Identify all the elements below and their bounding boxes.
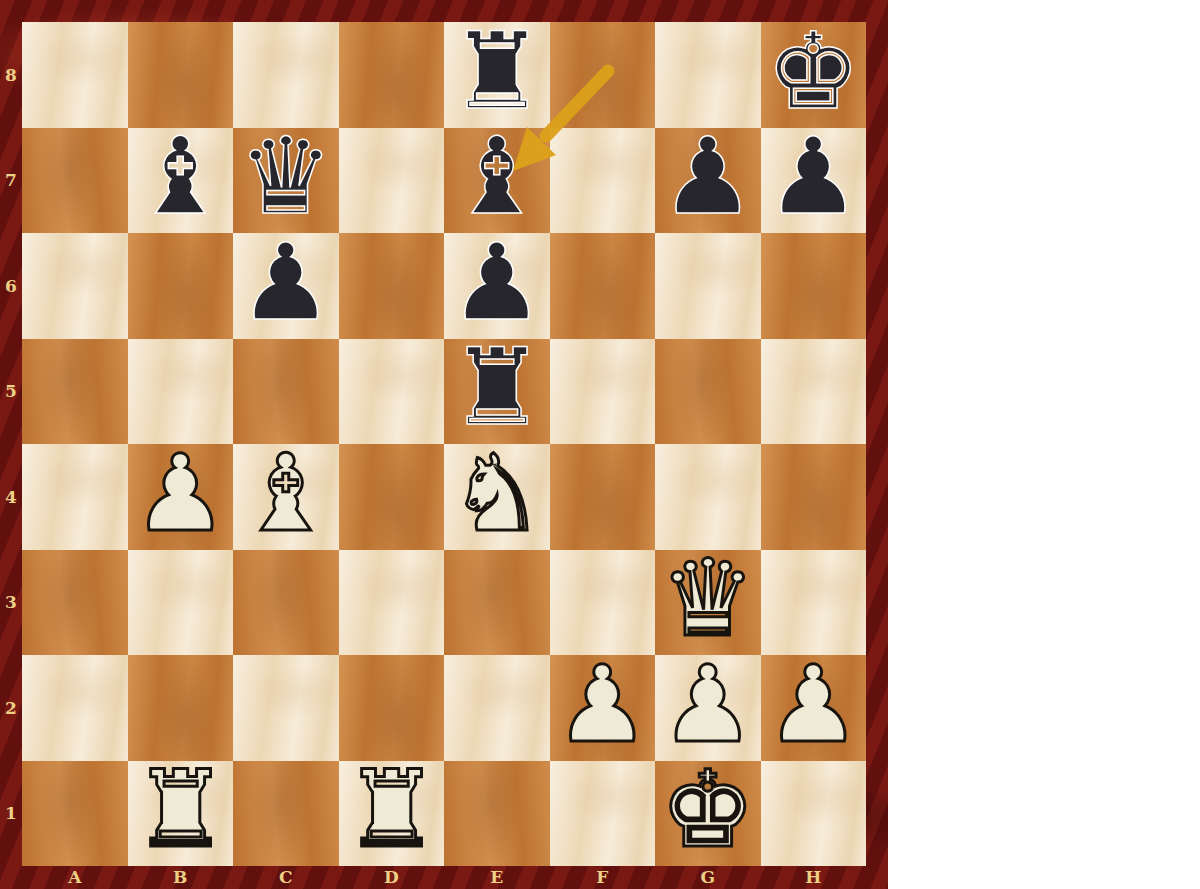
piece-black-pawn: ♟ [238,233,333,336]
square-b1[interactable]: ♜ [128,761,234,867]
piece-black-pawn: ♟ [660,128,755,231]
square-h7[interactable]: ♟ [761,128,867,234]
square-e7[interactable]: ♝ [444,128,550,234]
square-f6[interactable] [550,233,656,339]
square-d5[interactable] [339,339,445,445]
square-d3[interactable] [339,550,445,656]
piece-black-rook: ♜ [449,22,544,125]
square-h6[interactable] [761,233,867,339]
rank-label-5: 5 [0,339,22,445]
square-g8[interactable] [655,22,761,128]
square-f8[interactable] [550,22,656,128]
square-d6[interactable] [339,233,445,339]
piece-black-rook: ♜ [449,339,544,442]
square-d4[interactable] [339,444,445,550]
square-b6[interactable] [128,233,234,339]
square-c7[interactable]: ♛ [233,128,339,234]
file-label-g: G [655,866,761,889]
piece-white-rook: ♜ [344,761,439,864]
square-g5[interactable] [655,339,761,445]
square-d2[interactable] [339,655,445,761]
square-c5[interactable] [233,339,339,445]
right-whitespace [888,0,1200,889]
square-f5[interactable] [550,339,656,445]
square-a3[interactable] [22,550,128,656]
square-a4[interactable] [22,444,128,550]
square-g6[interactable] [655,233,761,339]
square-c1[interactable] [233,761,339,867]
square-a5[interactable] [22,339,128,445]
square-h3[interactable] [761,550,867,656]
piece-white-queen: ♛ [660,550,755,653]
square-f1[interactable] [550,761,656,867]
square-b2[interactable] [128,655,234,761]
file-label-e: E [444,866,550,889]
rank-label-6: 6 [0,233,22,339]
piece-white-pawn: ♟ [660,655,755,758]
square-f4[interactable] [550,444,656,550]
square-f2[interactable]: ♟ [550,655,656,761]
rank-label-2: 2 [0,655,22,761]
square-c2[interactable] [233,655,339,761]
square-d8[interactable] [339,22,445,128]
file-label-a: A [22,866,128,889]
square-e3[interactable] [444,550,550,656]
piece-white-king: ♚ [660,761,755,864]
piece-white-rook: ♜ [133,761,228,864]
piece-black-pawn: ♟ [766,128,861,231]
square-c6[interactable]: ♟ [233,233,339,339]
square-b3[interactable] [128,550,234,656]
board-border: ♜♚♝♛♝♟♟♟♟♜♟♝♞♛♟♟♟♜♜♚ 87654321 ABCDEFGH [0,0,888,889]
square-g2[interactable]: ♟ [655,655,761,761]
screenshot: ♜♚♝♛♝♟♟♟♟♜♟♝♞♛♟♟♟♜♜♚ 87654321 ABCDEFGH [0,0,1200,889]
piece-black-king: ♚ [766,22,861,125]
square-a2[interactable] [22,655,128,761]
square-e1[interactable] [444,761,550,867]
square-c4[interactable]: ♝ [233,444,339,550]
file-label-c: C [233,866,339,889]
square-g7[interactable]: ♟ [655,128,761,234]
square-a6[interactable] [22,233,128,339]
file-label-h: H [761,866,867,889]
square-a7[interactable] [22,128,128,234]
square-e5[interactable]: ♜ [444,339,550,445]
square-g4[interactable] [655,444,761,550]
file-labels: ABCDEFGH [22,866,866,889]
square-c8[interactable] [233,22,339,128]
file-label-d: D [339,866,445,889]
rank-label-1: 1 [0,761,22,867]
square-e4[interactable]: ♞ [444,444,550,550]
rank-label-3: 3 [0,550,22,656]
chess-board: ♜♚♝♛♝♟♟♟♟♜♟♝♞♛♟♟♟♜♜♚ [22,22,866,866]
square-e2[interactable] [444,655,550,761]
square-b8[interactable] [128,22,234,128]
square-c3[interactable] [233,550,339,656]
square-b4[interactable]: ♟ [128,444,234,550]
square-g1[interactable]: ♚ [655,761,761,867]
piece-black-queen: ♛ [238,128,333,231]
square-h2[interactable]: ♟ [761,655,867,761]
piece-white-pawn: ♟ [555,655,650,758]
file-label-f: F [550,866,656,889]
square-d1[interactable]: ♜ [339,761,445,867]
square-d7[interactable] [339,128,445,234]
square-a1[interactable] [22,761,128,867]
piece-white-bishop: ♝ [238,444,333,547]
square-b5[interactable] [128,339,234,445]
piece-white-knight: ♞ [449,444,544,547]
rank-label-8: 8 [0,22,22,128]
square-h4[interactable] [761,444,867,550]
square-a8[interactable] [22,22,128,128]
square-f3[interactable] [550,550,656,656]
square-h1[interactable] [761,761,867,867]
square-h8[interactable]: ♚ [761,22,867,128]
square-h5[interactable] [761,339,867,445]
file-label-b: B [128,866,234,889]
square-e6[interactable]: ♟ [444,233,550,339]
piece-black-bishop: ♝ [449,128,544,231]
square-f7[interactable] [550,128,656,234]
rank-label-4: 4 [0,444,22,550]
piece-black-pawn: ♟ [449,233,544,336]
square-e8[interactable]: ♜ [444,22,550,128]
rank-labels: 87654321 [0,22,22,866]
square-b7[interactable]: ♝ [128,128,234,234]
piece-white-pawn: ♟ [766,655,861,758]
rank-label-7: 7 [0,128,22,234]
piece-white-pawn: ♟ [133,444,228,547]
piece-black-bishop: ♝ [133,128,228,231]
square-g3[interactable]: ♛ [655,550,761,656]
